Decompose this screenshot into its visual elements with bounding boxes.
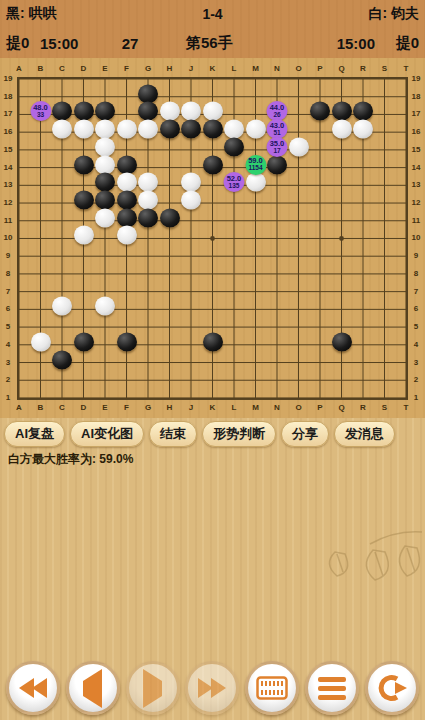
white-stone: [181, 102, 201, 121]
counting-board-button[interactable]: [245, 661, 299, 715]
coordinate-label: 12: [412, 199, 421, 207]
coordinate-label: E: [102, 404, 107, 412]
winrate-status: 白方最大胜率为: 59.0%: [8, 451, 133, 468]
coordinate-label: C: [59, 65, 65, 73]
black-stone: [267, 155, 287, 174]
toolbar-button-4[interactable]: 形势判断: [202, 421, 276, 447]
black-stone: [203, 155, 223, 174]
white-clock: 15:00: [313, 35, 385, 52]
white-stone: [138, 191, 158, 210]
black-stone: [138, 102, 158, 121]
coordinate-label: B: [38, 404, 44, 412]
coordinate-label: P: [317, 65, 322, 73]
black-stone: [74, 332, 94, 351]
white-stone: [52, 120, 72, 139]
white-stone: [117, 226, 137, 245]
coordinate-label: B: [38, 65, 44, 73]
coordinate-label: 8: [414, 270, 418, 278]
white-stone: [95, 137, 115, 156]
white-stone: [74, 120, 94, 139]
coordinate-label: R: [360, 404, 366, 412]
coordinate-label: 4: [6, 341, 10, 349]
black-stone: [74, 102, 94, 121]
coordinate-label: 15: [4, 146, 13, 154]
coordinate-label: H: [167, 65, 173, 73]
black-stone: [332, 102, 352, 121]
white-stone: [117, 120, 137, 139]
coordinate-label: 6: [414, 305, 418, 313]
marker-visits: 26: [273, 112, 280, 119]
star-point: [339, 236, 344, 241]
coordinate-label: 4: [414, 341, 418, 349]
back-icon: [83, 681, 102, 696]
marker-visits: 1154: [248, 165, 262, 172]
marker-visits: 33: [37, 112, 44, 119]
move-number: 第56手: [158, 34, 313, 53]
white-stone: [95, 208, 115, 227]
coordinate-label: S: [382, 65, 387, 73]
coordinate-label: 3: [414, 359, 418, 367]
coordinate-label: 5: [6, 323, 10, 331]
white-stone: [31, 332, 51, 351]
white-player-label: 白: 钧夫: [289, 5, 419, 23]
coordinate-label: 10: [412, 234, 421, 242]
white-stone: [138, 120, 158, 139]
white-stone: [52, 297, 72, 316]
ai-move-marker[interactable]: 35.017: [267, 137, 288, 157]
move-counter: 27: [102, 35, 158, 52]
coordinate-label: 10: [4, 234, 13, 242]
black-stone: [117, 191, 137, 210]
coordinate-label: K: [210, 404, 216, 412]
toolbar: AI复盘AI变化图结束形势判断分享发消息: [0, 419, 425, 449]
black-stone: [138, 84, 158, 103]
coordinate-label: 2: [6, 376, 10, 384]
star-point: [210, 236, 215, 241]
coordinate-label: 17: [412, 110, 421, 118]
ai-move-marker[interactable]: 59.01154: [245, 155, 266, 175]
coordinate-label: G: [145, 65, 151, 73]
coordinate-label: 2: [414, 376, 418, 384]
exit-loop-icon: [376, 672, 408, 704]
black-stone: [181, 120, 201, 139]
black-stone: [160, 208, 180, 227]
coordinate-label: A: [16, 65, 22, 73]
black-stone: [52, 350, 72, 369]
white-stone: [95, 297, 115, 316]
coordinate-label: 17: [4, 110, 13, 118]
abacus-icon: [256, 676, 288, 700]
white-stone: [203, 102, 223, 121]
coordinate-label: 11: [4, 217, 12, 225]
white-stone: [181, 173, 201, 192]
coordinate-label: 18: [412, 93, 421, 101]
coordinate-label: 7: [414, 288, 418, 296]
coordinate-label: H: [167, 404, 173, 412]
coordinate-label: 9: [414, 252, 418, 260]
coordinate-label: A: [16, 404, 22, 412]
coordinate-label: L: [232, 404, 237, 412]
white-stone: [117, 173, 137, 192]
white-stone: [246, 120, 266, 139]
coordinate-label: Q: [338, 65, 344, 73]
coordinate-label: 8: [6, 270, 10, 278]
coordinate-label: 3: [6, 359, 10, 367]
coordinate-label: 16: [4, 128, 13, 136]
coordinate-label: 19: [412, 75, 421, 83]
black-stone: [310, 102, 330, 121]
coordinate-label: E: [102, 65, 107, 73]
toolbar-button-6[interactable]: 发消息: [334, 421, 395, 447]
marker-visits: 51: [273, 130, 280, 137]
toolbar-button-5[interactable]: 分享: [281, 421, 329, 447]
coordinate-label: P: [317, 404, 322, 412]
coordinate-label: 19: [4, 75, 13, 83]
go-board[interactable]: AABBCCDDEEFFGGHHJJKKLLMMNNOOPPQQRRSSTT19…: [0, 58, 425, 418]
black-stone: [332, 332, 352, 351]
black-stone: [160, 120, 180, 139]
white-stone: [138, 173, 158, 192]
coordinate-label: D: [81, 65, 87, 73]
coordinate-label: 1: [414, 394, 418, 402]
black-stone: [95, 191, 115, 210]
toolbar-button-2[interactable]: AI变化图: [70, 421, 144, 447]
coordinate-label: L: [232, 65, 237, 73]
white-stone: [289, 137, 309, 156]
coordinate-label: S: [382, 404, 387, 412]
white-captures: 提0: [385, 34, 419, 53]
coordinate-label: 9: [6, 252, 10, 260]
coordinate-label: 5: [414, 323, 418, 331]
black-stone: [117, 332, 137, 351]
black-stone: [117, 155, 137, 174]
coordinate-label: T: [404, 404, 409, 412]
coordinate-label: T: [404, 65, 409, 73]
coordinate-label: 14: [4, 164, 13, 172]
coordinate-label: 15: [412, 146, 421, 154]
coordinate-label: 11: [412, 217, 420, 225]
step-back-button[interactable]: [66, 661, 120, 715]
coordinate-label: J: [189, 65, 193, 73]
step-forward-button[interactable]: [126, 661, 180, 715]
coordinate-label: O: [295, 65, 301, 73]
ai-move-marker[interactable]: 48.033: [30, 101, 51, 121]
rewind-icon: [19, 678, 47, 698]
black-player-label: 黑: 哄哄: [6, 5, 136, 23]
black-stone: [353, 102, 373, 121]
coordinate-label: M: [252, 65, 259, 73]
coordinate-label: R: [360, 65, 366, 73]
bottom-nav: [0, 656, 425, 720]
black-clock: 15:00: [40, 35, 102, 52]
forward-icon: [143, 681, 162, 696]
coordinate-label: N: [274, 404, 280, 412]
black-captures: 提0: [6, 34, 40, 53]
go-app: 黑: 哄哄 1-4 白: 钧夫 提0 15:00 27 第56手 15:00 提…: [0, 0, 425, 720]
black-stone: [117, 208, 137, 227]
coordinate-label: D: [81, 404, 87, 412]
white-stone: [332, 120, 352, 139]
coordinate-label: 12: [4, 199, 13, 207]
black-stone: [52, 102, 72, 121]
white-stone: [181, 191, 201, 210]
fast-forward-button[interactable]: [185, 661, 239, 715]
toolbar-button-3[interactable]: 结束: [149, 421, 197, 447]
coordinate-label: J: [189, 404, 193, 412]
coordinate-label: N: [274, 65, 280, 73]
coordinate-label: 6: [6, 305, 10, 313]
marker-visits: 17: [273, 148, 280, 155]
coordinate-label: M: [252, 404, 259, 412]
coordinate-label: 13: [4, 181, 13, 189]
leaf-decoration-icon: [315, 522, 425, 602]
ai-move-marker[interactable]: 52.0135: [224, 172, 245, 192]
game-header: 黑: 哄哄 1-4 白: 钧夫 提0 15:00 27 第56手 15:00 提…: [0, 0, 425, 58]
coordinate-label: G: [145, 404, 151, 412]
fast-forward-icon: [198, 678, 226, 698]
white-stone: [353, 120, 373, 139]
coordinate-label: 1: [6, 394, 10, 402]
white-stone: [160, 102, 180, 121]
toolbar-button-1[interactable]: AI复盘: [4, 421, 65, 447]
coordinate-label: 18: [4, 93, 13, 101]
white-stone: [95, 155, 115, 174]
coordinate-label: K: [210, 65, 216, 73]
menu-icon: [318, 677, 346, 700]
coordinate-label: F: [124, 65, 129, 73]
exit-button[interactable]: [365, 661, 419, 715]
round-label: 1-4: [136, 6, 289, 22]
black-stone: [203, 120, 223, 139]
coordinate-label: 14: [412, 164, 421, 172]
coordinate-label: 13: [412, 181, 421, 189]
coordinate-label: C: [59, 404, 65, 412]
black-stone: [95, 102, 115, 121]
white-stone: [246, 173, 266, 192]
menu-button[interactable]: [305, 661, 359, 715]
marker-visits: 135: [229, 183, 240, 190]
coordinate-label: 7: [6, 288, 10, 296]
black-stone: [203, 332, 223, 351]
white-stone: [74, 226, 94, 245]
white-stone: [224, 120, 244, 139]
coordinate-label: F: [124, 404, 129, 412]
coordinate-label: 16: [412, 128, 421, 136]
coordinate-label: Q: [338, 404, 344, 412]
black-stone: [95, 173, 115, 192]
white-stone: [95, 120, 115, 139]
rewind-button[interactable]: [6, 661, 60, 715]
black-stone: [74, 155, 94, 174]
black-stone: [224, 137, 244, 156]
black-stone: [138, 208, 158, 227]
coordinate-label: O: [295, 404, 301, 412]
black-stone: [74, 191, 94, 210]
